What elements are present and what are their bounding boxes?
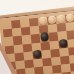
checker-piece-light (56, 15, 65, 24)
board-square (71, 71, 74, 74)
checker-piece-light (65, 14, 74, 23)
checkers-set-photo[interactable] (0, 0, 74, 74)
checkers-board (2, 14, 74, 74)
checker-piece-light (47, 15, 56, 24)
checker-piece-light (38, 16, 47, 25)
